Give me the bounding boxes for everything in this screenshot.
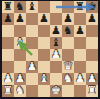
piece-white-bishop-d2[interactable]: ♝ [39, 73, 49, 85]
piece-white-knight-b1[interactable]: ♞ [15, 85, 25, 97]
square-a6[interactable] [2, 25, 14, 37]
chess-app-window: ♜♞♝♜♚♟♟♟♟♟♟♞♟♝♝♟♟♛♟♟♝♞♟♟♜♞♚♜ [0, 0, 100, 99]
piece-black-pawn-a7[interactable]: ♟ [3, 13, 13, 25]
square-b5[interactable]: ♝ [14, 37, 26, 49]
square-a7[interactable]: ♟ [2, 13, 14, 25]
square-g2[interactable]: ♟ [74, 73, 86, 85]
square-c8[interactable]: ♝ [26, 1, 38, 13]
square-g4[interactable] [74, 49, 86, 61]
square-e8[interactable] [50, 1, 62, 13]
square-c6[interactable] [26, 25, 38, 37]
square-b7[interactable]: ♟ [14, 13, 26, 25]
square-a1[interactable]: ♜ [2, 85, 14, 97]
square-h1[interactable]: ♜ [86, 85, 98, 97]
square-d6[interactable] [38, 25, 50, 37]
square-b1[interactable]: ♞ [14, 85, 26, 97]
square-h7[interactable]: ♟ [86, 13, 98, 25]
square-g6[interactable]: ♟ [74, 25, 86, 37]
square-f1[interactable] [62, 85, 74, 97]
square-g5[interactable] [74, 37, 86, 49]
square-e4[interactable]: ♟ [50, 49, 62, 61]
square-h6[interactable] [86, 25, 98, 37]
square-e1[interactable]: ♚ [50, 85, 62, 97]
piece-white-king-e1[interactable]: ♚ [51, 85, 61, 97]
piece-black-pawn-h7[interactable]: ♟ [87, 13, 97, 25]
square-c1[interactable] [26, 85, 38, 97]
square-c5[interactable] [26, 37, 38, 49]
square-f5[interactable] [62, 37, 74, 49]
square-h4[interactable] [86, 49, 98, 61]
square-c3[interactable]: ♟ [26, 61, 38, 73]
square-d1[interactable] [38, 85, 50, 97]
square-d4[interactable] [38, 49, 50, 61]
square-d2[interactable]: ♝ [38, 73, 50, 85]
square-f6[interactable]: ♞ [62, 25, 74, 37]
piece-white-pawn-c3[interactable]: ♟ [27, 61, 37, 73]
piece-black-knight-f6[interactable]: ♞ [63, 25, 73, 37]
square-g8[interactable]: ♜ [74, 1, 86, 13]
piece-black-bishop-c8[interactable]: ♝ [27, 1, 37, 13]
piece-white-pawn-e4[interactable]: ♟ [51, 49, 61, 61]
square-e3[interactable] [50, 61, 62, 73]
piece-white-rook-a1[interactable]: ♜ [3, 85, 13, 97]
square-b4[interactable] [14, 49, 26, 61]
square-g1[interactable] [74, 85, 86, 97]
square-f2[interactable]: ♞ [62, 73, 74, 85]
square-a4[interactable] [2, 49, 14, 61]
square-d7[interactable]: ♟ [38, 13, 50, 25]
square-a5[interactable] [2, 37, 14, 49]
piece-white-bishop-b5[interactable]: ♝ [15, 37, 25, 49]
piece-white-knight-f2[interactable]: ♞ [63, 73, 73, 85]
square-d5[interactable] [38, 37, 50, 49]
piece-black-pawn-d7[interactable]: ♟ [39, 13, 49, 25]
piece-white-rook-h1[interactable]: ♜ [87, 85, 97, 97]
piece-black-pawn-g6[interactable]: ♟ [75, 25, 85, 37]
square-h5[interactable] [86, 37, 98, 49]
piece-black-pawn-b7[interactable]: ♟ [15, 13, 25, 25]
square-c7[interactable] [26, 13, 38, 25]
piece-white-pawn-g2[interactable]: ♟ [75, 73, 85, 85]
chess-board: ♜♞♝♜♚♟♟♟♟♟♟♞♟♝♝♟♟♛♟♟♝♞♟♟♜♞♚♜ [2, 1, 98, 97]
piece-black-rook-g8[interactable]: ♜ [75, 1, 85, 13]
square-c2[interactable] [26, 73, 38, 85]
